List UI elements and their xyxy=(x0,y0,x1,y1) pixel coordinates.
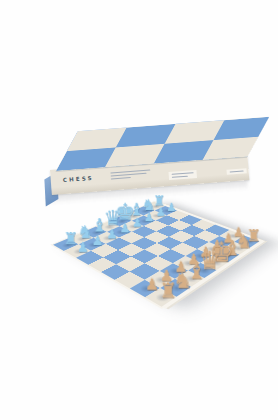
box-spine-title: CHESS xyxy=(63,175,94,183)
blue-pawn-b7[interactable]: ♟ xyxy=(92,234,104,247)
wood-pawn-a2[interactable]: ♟ xyxy=(145,276,159,292)
chess-board: ♜♞♝♛♚♝♞♜♟♟♟♟♟♟♟♟♟♟♟♟♟♟♟♟♜♞♝♛♚♝♞♜ xyxy=(50,201,262,309)
fine-print-label xyxy=(226,168,246,174)
board-grid: ♜♞♝♛♚♝♞♜♟♟♟♟♟♟♟♟♟♟♟♟♟♟♟♟♜♞♝♛♚♝♞♜ xyxy=(53,202,259,307)
blue-pawn-f7[interactable]: ♟ xyxy=(144,211,155,223)
fine-print-label xyxy=(168,170,197,180)
blue-pawn-h7[interactable]: ♟ xyxy=(166,201,176,212)
blue-pawn-d7[interactable]: ♟ xyxy=(119,222,130,235)
fine-print-lines xyxy=(110,169,150,179)
product-photo-scene: CHESS ♜♞♝♛♚♝♞♜♟♟♟♟♟♟♟♟♟♟♟♟♟♟♟♟♜♞♝♛♚♝♞♜ xyxy=(0,0,278,420)
blue-pawn-c7[interactable]: ♟ xyxy=(106,227,118,240)
blue-pawn-g7[interactable]: ♟ xyxy=(155,206,165,218)
wood-rook-a1[interactable]: ♜ xyxy=(159,281,177,301)
blue-pawn-e7[interactable]: ♟ xyxy=(132,216,143,228)
blue-pawn-a7[interactable]: ♟ xyxy=(77,240,89,254)
